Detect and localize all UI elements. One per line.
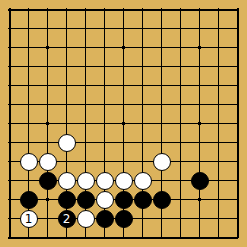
black-stone [191,172,209,190]
star-point [198,46,201,49]
go-diagram: 12 [0,0,247,247]
white-stone [77,210,95,228]
black-stone [115,191,133,209]
white-stone [58,172,76,190]
move-number: 1 [25,213,33,225]
black-stone [58,191,76,209]
star-point [46,46,49,49]
white-stone [20,153,38,171]
black-stone [153,191,171,209]
go-board: 12 [0,0,247,247]
white-stone [115,172,133,190]
white-stone [96,172,114,190]
grid-line-horizontal [8,142,238,143]
white-stone: 1 [20,210,38,228]
grid-line-vertical [180,8,181,238]
move-number: 2 [63,213,71,225]
star-point [122,122,125,125]
star-point [46,122,49,125]
star-point [198,198,201,201]
white-stone [134,172,152,190]
white-stone [58,134,76,152]
star-point [122,46,125,49]
white-stone [77,172,95,190]
black-stone: 2 [58,210,76,228]
grid-line-vertical [218,8,219,238]
star-point [198,122,201,125]
black-stone [77,191,95,209]
white-stone [153,153,171,171]
grid-line-vertical [237,8,239,238]
black-stone [96,210,114,228]
black-stone [115,210,133,228]
white-stone [96,191,114,209]
white-stone [39,153,57,171]
grid-line-horizontal [8,237,238,239]
black-stone [134,191,152,209]
black-stone [39,172,57,190]
star-point [46,198,49,201]
black-stone [20,191,38,209]
